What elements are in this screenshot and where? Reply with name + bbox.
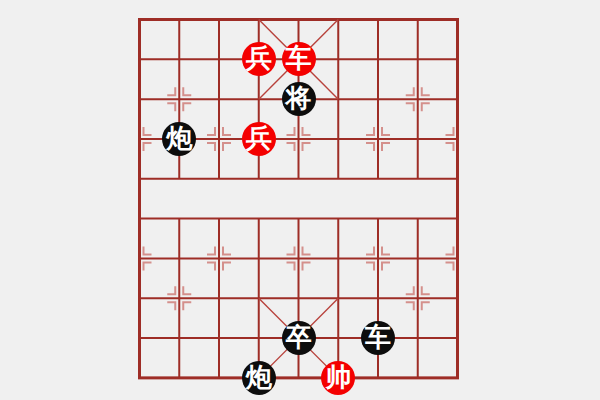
piece-glyph: 卒 bbox=[286, 324, 312, 350]
piece-black-cannon[interactable]: 炮 bbox=[162, 122, 196, 156]
piece-glyph: 炮 bbox=[246, 364, 272, 390]
piece-red-soldier[interactable]: 兵 bbox=[242, 122, 276, 156]
piece-black-chariot[interactable]: 车 bbox=[361, 321, 395, 355]
xiangqi-diagram: 兵车将炮兵卒车炮帅 bbox=[0, 0, 600, 400]
piece-glyph: 车 bbox=[365, 324, 391, 350]
piece-glyph: 兵 bbox=[246, 45, 272, 71]
piece-glyph: 兵 bbox=[246, 125, 272, 151]
piece-glyph: 车 bbox=[286, 45, 312, 71]
piece-black-soldier[interactable]: 卒 bbox=[282, 321, 316, 355]
piece-glyph: 帅 bbox=[325, 364, 351, 390]
piece-black-general[interactable]: 将 bbox=[282, 82, 316, 116]
piece-red-soldier[interactable]: 兵 bbox=[242, 42, 276, 76]
piece-red-chariot[interactable]: 车 bbox=[282, 42, 316, 76]
piece-black-cannon[interactable]: 炮 bbox=[242, 361, 276, 395]
piece-red-general[interactable]: 帅 bbox=[321, 361, 355, 395]
piece-glyph: 炮 bbox=[166, 125, 192, 151]
piece-glyph: 将 bbox=[286, 85, 312, 111]
piece-layer: 兵车将炮兵卒车炮帅 bbox=[120, 0, 478, 398]
